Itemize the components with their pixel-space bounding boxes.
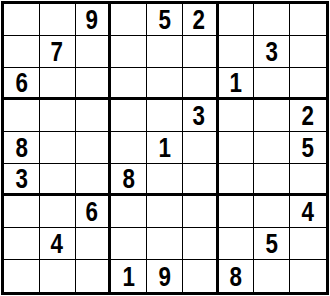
cell-r2c3[interactable] [76,36,112,68]
cell-r3c8[interactable] [254,68,290,100]
cell-r8c6[interactable] [183,228,219,260]
cell-r4c9[interactable]: 2 [290,100,326,132]
cell-r7c4[interactable] [111,196,147,228]
cell-r9c3[interactable] [76,260,112,292]
cell-r3c7[interactable]: 1 [219,68,255,100]
cell-r9c2[interactable] [40,260,76,292]
cell-r9c7[interactable]: 8 [219,260,255,292]
cell-digit: 3 [15,164,27,193]
cell-r6c8[interactable] [254,164,290,196]
cell-r8c7[interactable] [219,228,255,260]
cell-r9c6[interactable] [183,260,219,292]
cell-r4c8[interactable] [254,100,290,132]
cell-r9c1[interactable] [4,260,40,292]
cell-digit: 8 [15,133,27,162]
cell-r6c7[interactable] [219,164,255,196]
cell-r1c4[interactable] [111,4,147,36]
cell-digit: 2 [193,5,205,34]
cell-digit: 3 [193,101,205,130]
cell-digit: 3 [266,37,278,66]
cell-r3c2[interactable] [40,68,76,100]
cell-r4c5[interactable] [147,100,183,132]
cell-digit: 8 [122,164,134,193]
cell-r7c3[interactable]: 6 [76,196,112,228]
cell-r1c1[interactable] [4,4,40,36]
cell-digit: 4 [51,229,63,258]
cell-digit: 8 [230,262,242,291]
cell-r5c5[interactable]: 1 [147,132,183,164]
cell-r3c4[interactable] [111,68,147,100]
cell-digit: 6 [15,68,27,97]
cell-r8c1[interactable] [4,228,40,260]
cell-r6c5[interactable] [147,164,183,196]
cell-r8c9[interactable] [290,228,326,260]
cell-r2c2[interactable]: 7 [40,36,76,68]
sudoku-board: 952736132815386445198 [1,1,329,295]
cell-r1c8[interactable] [254,4,290,36]
cell-digit: 5 [266,229,278,258]
cell-r1c6[interactable]: 2 [183,4,219,36]
cell-r2c1[interactable] [4,36,40,68]
cell-r4c2[interactable] [40,100,76,132]
cell-digit: 5 [158,5,170,34]
cell-r2c5[interactable] [147,36,183,68]
cell-r3c1[interactable]: 6 [4,68,40,100]
cell-r7c1[interactable] [4,196,40,228]
cell-r5c3[interactable] [76,132,112,164]
cell-r8c4[interactable] [111,228,147,260]
cell-r2c9[interactable] [290,36,326,68]
cell-r8c8[interactable]: 5 [254,228,290,260]
cell-r2c4[interactable] [111,36,147,68]
cell-r7c7[interactable] [219,196,255,228]
cell-r4c6[interactable]: 3 [183,100,219,132]
cell-digit: 5 [302,133,314,162]
cell-r6c4[interactable]: 8 [111,164,147,196]
cell-r2c8[interactable]: 3 [254,36,290,68]
cell-digit: 6 [86,197,98,226]
cell-r5c2[interactable] [40,132,76,164]
cell-r7c5[interactable] [147,196,183,228]
cell-r7c6[interactable] [183,196,219,228]
cell-digit: 7 [51,37,63,66]
cell-r8c3[interactable] [76,228,112,260]
cell-digit: 1 [122,262,134,291]
cell-r6c3[interactable] [76,164,112,196]
cell-r1c7[interactable] [219,4,255,36]
cell-r9c4[interactable]: 1 [111,260,147,292]
cell-r5c9[interactable]: 5 [290,132,326,164]
cell-r2c7[interactable] [219,36,255,68]
cell-r3c3[interactable] [76,68,112,100]
cell-digit: 1 [158,133,170,162]
cell-r1c2[interactable] [40,4,76,36]
cell-digit: 9 [158,262,170,291]
cell-r3c9[interactable] [290,68,326,100]
cell-r7c9[interactable]: 4 [290,196,326,228]
page-background: 952736132815386445198 [0,0,330,296]
cell-r3c5[interactable] [147,68,183,100]
cell-r4c7[interactable] [219,100,255,132]
cell-r6c6[interactable] [183,164,219,196]
cell-r8c5[interactable] [147,228,183,260]
cell-r5c7[interactable] [219,132,255,164]
cell-r1c5[interactable]: 5 [147,4,183,36]
cell-r9c9[interactable] [290,260,326,292]
cell-r6c9[interactable] [290,164,326,196]
cell-r9c5[interactable]: 9 [147,260,183,292]
cell-digit: 9 [86,5,98,34]
cell-r6c1[interactable]: 3 [4,164,40,196]
cell-digit: 4 [302,197,314,226]
cell-r7c8[interactable] [254,196,290,228]
cell-r5c4[interactable] [111,132,147,164]
cell-r5c6[interactable] [183,132,219,164]
cell-r2c6[interactable] [183,36,219,68]
cell-r1c9[interactable] [290,4,326,36]
cell-r4c1[interactable] [4,100,40,132]
cell-r8c2[interactable]: 4 [40,228,76,260]
cell-r3c6[interactable] [183,68,219,100]
cell-digit: 2 [302,101,314,130]
cell-r4c3[interactable] [76,100,112,132]
cell-r4c4[interactable] [111,100,147,132]
cell-r9c8[interactable] [254,260,290,292]
cell-digit: 1 [230,68,242,97]
cell-r1c3[interactable]: 9 [76,4,112,36]
cell-r5c8[interactable] [254,132,290,164]
cell-r6c2[interactable] [40,164,76,196]
cell-r7c2[interactable] [40,196,76,228]
cell-r5c1[interactable]: 8 [4,132,40,164]
